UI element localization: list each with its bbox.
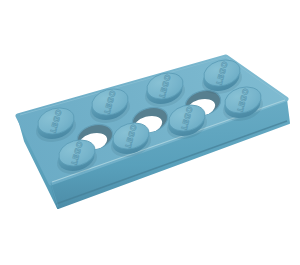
- technic-plate-render: LEGO LEGO LEGO LEGO LEGO: [0, 0, 300, 265]
- lego-part-image: LEGO LEGO LEGO LEGO LEGO: [0, 0, 300, 265]
